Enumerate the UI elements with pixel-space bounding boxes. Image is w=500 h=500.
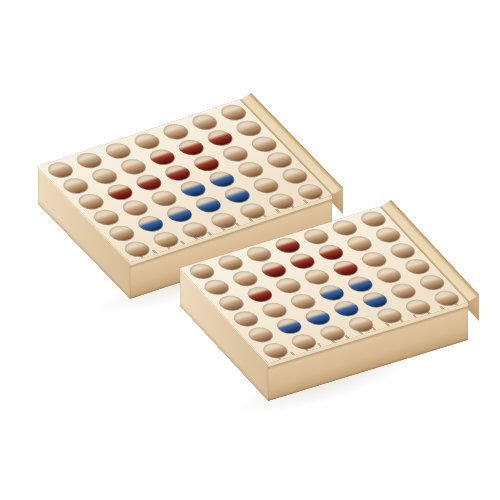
product-photo-connect-four bbox=[0, 0, 500, 500]
